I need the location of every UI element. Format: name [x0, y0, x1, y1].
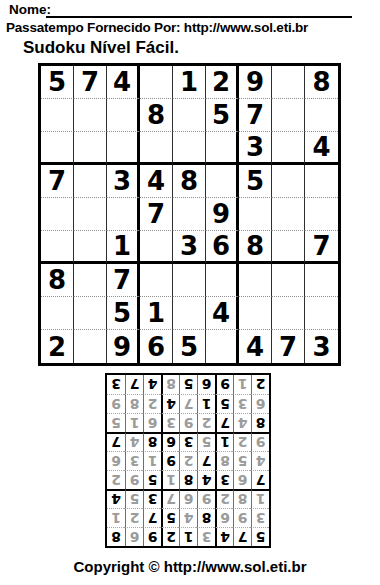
- puzzle-cell-r8c5[interactable]: [173, 297, 206, 330]
- solution-cell-r5c5: 2: [179, 451, 197, 470]
- solution-cell-r3c4: 9: [197, 489, 215, 508]
- puzzle-cell-r9c3: 9: [107, 330, 140, 363]
- solution-cell-r1c4: 3: [197, 527, 215, 546]
- puzzle-cell-r6c1[interactable]: [41, 231, 74, 264]
- solution-cell-r5c8: 3: [125, 451, 143, 470]
- solution-cell-r4c9: 2: [107, 470, 125, 489]
- puzzle-cell-r2c4: 8: [140, 99, 173, 132]
- printable-sudoku-page: Nome: Passatempo Fornecido Por: http://w…: [0, 0, 380, 585]
- puzzle-cell-r7c3: 7: [107, 264, 140, 297]
- solution-cell-r5c9: 6: [107, 451, 125, 470]
- puzzle-cell-r8c3: 5: [107, 297, 140, 330]
- puzzle-cell-r6c4[interactable]: [140, 231, 173, 264]
- puzzle-cell-r8c6: 4: [206, 297, 239, 330]
- footer-copyright: Copyright © http://www.sol.eti.br: [0, 558, 380, 575]
- puzzle-cell-r4c1: 7: [41, 165, 74, 198]
- puzzle-cell-r1c4[interactable]: [140, 66, 173, 99]
- puzzle-cell-r9c5: 5: [173, 330, 206, 363]
- solution-cell-r2c1: 3: [251, 508, 269, 527]
- solution-cell-r6c7: 8: [143, 432, 161, 451]
- puzzle-cell-r4c3: 3: [107, 165, 140, 198]
- puzzle-cell-r3c6[interactable]: [206, 132, 239, 165]
- solution-cell-r4c8: 9: [125, 470, 143, 489]
- puzzle-cell-r8c7[interactable]: [239, 297, 272, 330]
- puzzle-cell-r3c5[interactable]: [173, 132, 206, 165]
- solution-cell-r5c1: 4: [251, 451, 269, 470]
- solution-cell-r4c3: 3: [215, 470, 233, 489]
- solution-cell-r8c6: 4: [161, 394, 179, 413]
- puzzle-cell-r7c6[interactable]: [206, 264, 239, 297]
- puzzle-cell-r3c3[interactable]: [107, 132, 140, 165]
- puzzle-cell-r6c6: 6: [206, 231, 239, 264]
- puzzle-cell-r1c5: 1: [173, 66, 206, 99]
- puzzle-cell-r9c6[interactable]: [206, 330, 239, 363]
- solution-cell-r7c8: 1: [125, 413, 143, 432]
- puzzle-cell-r7c7[interactable]: [239, 264, 272, 297]
- puzzle-cell-r9c7: 4: [239, 330, 272, 363]
- puzzle-cell-r2c6: 5: [206, 99, 239, 132]
- puzzle-cell-r6c3: 1: [107, 231, 140, 264]
- puzzle-cell-r4c7: 5: [239, 165, 272, 198]
- solution-cell-r9c9: 3: [107, 375, 125, 394]
- solution-cell-r7c5: 9: [179, 413, 197, 432]
- puzzle-cell-r4c9[interactable]: [305, 165, 338, 198]
- puzzle-cell-r2c5[interactable]: [173, 99, 206, 132]
- puzzle-cell-r4c5: 8: [173, 165, 206, 198]
- solution-grid-rotated-180: 5743129683968457211829673547634815924587…: [105, 373, 271, 548]
- solution-cell-r3c8: 5: [125, 489, 143, 508]
- solution-cell-r1c8: 6: [125, 527, 143, 546]
- solution-cell-r9c1: 2: [251, 375, 269, 394]
- puzzle-cell-r1c8[interactable]: [272, 66, 305, 99]
- solution-cell-r8c9: 9: [107, 394, 125, 413]
- puzzle-cell-r7c8[interactable]: [272, 264, 305, 297]
- puzzle-cell-r6c5: 3: [173, 231, 206, 264]
- puzzle-cell-r6c7: 8: [239, 231, 272, 264]
- solution-cell-r9c6: 8: [161, 375, 179, 394]
- solution-cell-r7c6: 3: [161, 413, 179, 432]
- solution-cell-r8c1: 6: [251, 394, 269, 413]
- solution-cell-r9c7: 4: [143, 375, 161, 394]
- solution-cell-r9c2: 1: [233, 375, 251, 394]
- solution-cell-r7c2: 4: [233, 413, 251, 432]
- puzzle-cell-r9c9: 3: [305, 330, 338, 363]
- puzzle-cell-r5c9[interactable]: [305, 198, 338, 231]
- puzzle-cell-r1c7: 9: [239, 66, 272, 99]
- solution-cell-r5c3: 8: [215, 451, 233, 470]
- solution-cell-r4c6: 1: [161, 470, 179, 489]
- puzzle-cell-r8c4: 1: [140, 297, 173, 330]
- solution-cell-r9c5: 5: [179, 375, 197, 394]
- puzzle-cell-r5c1[interactable]: [41, 198, 74, 231]
- puzzle-cell-r2c7: 7: [239, 99, 272, 132]
- puzzle-cell-r3c4[interactable]: [140, 132, 173, 165]
- solution-cell-r4c1: 7: [251, 470, 269, 489]
- solution-cell-r5c7: 1: [143, 451, 161, 470]
- puzzle-cell-r7c9[interactable]: [305, 264, 338, 297]
- solution-cell-r1c5: 1: [179, 527, 197, 546]
- name-label: Nome:: [9, 2, 51, 17]
- solution-cell-r3c1: 1: [251, 489, 269, 508]
- solution-cell-r8c5: 7: [179, 394, 197, 413]
- solution-cell-r2c7: 7: [143, 508, 161, 527]
- solution-cell-r4c7: 5: [143, 470, 161, 489]
- puzzle-cell-r1c6: 2: [206, 66, 239, 99]
- puzzle-cell-r2c2[interactable]: [74, 99, 107, 132]
- puzzle-cell-r3c7: 3: [239, 132, 272, 165]
- puzzle-cell-r5c3[interactable]: [107, 198, 140, 231]
- puzzle-cell-r7c2[interactable]: [74, 264, 107, 297]
- puzzle-cell-r7c1: 8: [41, 264, 74, 297]
- puzzle-cell-r4c2[interactable]: [74, 165, 107, 198]
- puzzle-cell-r2c3[interactable]: [107, 99, 140, 132]
- solution-cell-r6c2: 2: [233, 432, 251, 451]
- puzzle-cell-r3c8[interactable]: [272, 132, 305, 165]
- puzzle-cell-r6c2[interactable]: [74, 231, 107, 264]
- solution-cell-r7c7: 6: [143, 413, 161, 432]
- solution-cell-r7c9: 5: [107, 413, 125, 432]
- solution-cell-r7c3: 7: [215, 413, 233, 432]
- solution-cell-r6c3: 1: [215, 432, 233, 451]
- solution-cell-r3c9: 4: [107, 489, 125, 508]
- puzzle-cell-r5c4: 7: [140, 198, 173, 231]
- puzzle-cell-r7c4[interactable]: [140, 264, 173, 297]
- puzzle-cell-r3c2[interactable]: [74, 132, 107, 165]
- name-fill-in-line[interactable]: [46, 1, 352, 18]
- solution-cell-r6c1: 9: [251, 432, 269, 451]
- solution-cell-r9c8: 7: [125, 375, 143, 394]
- solution-cell-r5c6: 9: [161, 451, 179, 470]
- solution-cell-r2c2: 9: [233, 508, 251, 527]
- solution-cell-r4c5: 8: [179, 470, 197, 489]
- page-title: Sudoku Nível Fácil.: [23, 38, 179, 58]
- puzzle-cell-r1c9: 8: [305, 66, 338, 99]
- solution-cell-r6c8: 4: [125, 432, 143, 451]
- puzzle-cell-r4c8[interactable]: [272, 165, 305, 198]
- solution-cell-r2c5: 4: [179, 508, 197, 527]
- puzzle-cell-r3c9: 4: [305, 132, 338, 165]
- puzzle-cell-r1c2: 7: [74, 66, 107, 99]
- solution-cell-r1c3: 4: [215, 527, 233, 546]
- puzzle-cell-r9c2[interactable]: [74, 330, 107, 363]
- puzzle-cell-r8c2[interactable]: [74, 297, 107, 330]
- solution-cell-r6c5: 3: [179, 432, 197, 451]
- solution-cell-r8c4: 1: [197, 394, 215, 413]
- solution-cell-r8c7: 2: [143, 394, 161, 413]
- puzzle-cell-r4c6[interactable]: [206, 165, 239, 198]
- solution-cell-r7c4: 2: [197, 413, 215, 432]
- provider-line: Passatempo Fornecido Por: http://www.sol…: [6, 20, 308, 35]
- puzzle-cell-r5c5[interactable]: [173, 198, 206, 231]
- puzzle-cell-r8c1[interactable]: [41, 297, 74, 330]
- solution-cell-r5c4: 7: [197, 451, 215, 470]
- solution-cell-r3c2: 8: [233, 489, 251, 508]
- solution-cell-r6c9: 7: [107, 432, 125, 451]
- solution-cell-r1c1: 5: [251, 527, 269, 546]
- solution-cell-r6c4: 5: [197, 432, 215, 451]
- puzzle-cell-r9c1: 2: [41, 330, 74, 363]
- puzzle-cell-r6c8[interactable]: [272, 231, 305, 264]
- solution-cell-r2c6: 5: [161, 508, 179, 527]
- solution-cell-r9c4: 6: [197, 375, 215, 394]
- puzzle-cell-r2c9[interactable]: [305, 99, 338, 132]
- solution-cell-r4c4: 4: [197, 470, 215, 489]
- puzzle-cell-r1c1: 5: [41, 66, 74, 99]
- solution-cell-r1c6: 2: [161, 527, 179, 546]
- puzzle-cell-r5c8[interactable]: [272, 198, 305, 231]
- puzzle-cell-r5c7[interactable]: [239, 198, 272, 231]
- puzzle-cell-r7c5[interactable]: [173, 264, 206, 297]
- puzzle-cell-r6c9: 7: [305, 231, 338, 264]
- solution-cell-r6c6: 6: [161, 432, 179, 451]
- solution-cell-r4c2: 6: [233, 470, 251, 489]
- solution-cell-r2c3: 6: [215, 508, 233, 527]
- solution-cell-r2c4: 8: [197, 508, 215, 527]
- puzzle-cell-r1c3: 4: [107, 66, 140, 99]
- solution-cell-r3c6: 7: [161, 489, 179, 508]
- solution-cell-r8c3: 5: [215, 394, 233, 413]
- puzzle-grid: 574129885734734857913687875142965473: [38, 63, 341, 366]
- puzzle-cell-r5c6: 9: [206, 198, 239, 231]
- puzzle-cell-r8c9[interactable]: [305, 297, 338, 330]
- solution-cell-r7c1: 8: [251, 413, 269, 432]
- solution-cell-r1c2: 7: [233, 527, 251, 546]
- puzzle-cell-r8c8[interactable]: [272, 297, 305, 330]
- solution-cell-r3c5: 6: [179, 489, 197, 508]
- solution-cell-r8c8: 8: [125, 394, 143, 413]
- solution-cell-r3c3: 2: [215, 489, 233, 508]
- solution-cell-r2c9: 1: [107, 508, 125, 527]
- puzzle-cell-r9c8: 7: [272, 330, 305, 363]
- solution-cell-r1c9: 8: [107, 527, 125, 546]
- puzzle-cell-r2c1[interactable]: [41, 99, 74, 132]
- puzzle-cell-r9c4: 6: [140, 330, 173, 363]
- puzzle-cell-r5c2[interactable]: [74, 198, 107, 231]
- puzzle-cell-r2c8[interactable]: [272, 99, 305, 132]
- puzzle-cell-r3c1[interactable]: [41, 132, 74, 165]
- solution-cell-r1c7: 9: [143, 527, 161, 546]
- solution-cell-r8c2: 3: [233, 394, 251, 413]
- solution-cell-r9c3: 9: [215, 375, 233, 394]
- solution-cell-r2c8: 2: [125, 508, 143, 527]
- puzzle-cell-r4c4: 4: [140, 165, 173, 198]
- solution-cell-r3c7: 3: [143, 489, 161, 508]
- solution-cell-r5c2: 5: [233, 451, 251, 470]
